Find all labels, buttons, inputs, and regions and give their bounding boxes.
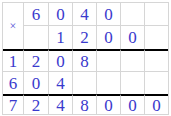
cell-r2c6: 0 bbox=[121, 26, 145, 49]
multiply-sign: × bbox=[3, 3, 24, 49]
cell-r3c1: 1 bbox=[3, 49, 24, 72]
cell-r4c3: 4 bbox=[49, 72, 73, 94]
cell-r5c1: 7 bbox=[3, 94, 24, 114]
cell-r1c3: 0 bbox=[49, 3, 73, 26]
cell-r5c7: 0 bbox=[145, 94, 168, 114]
cell-r4c2: 0 bbox=[24, 72, 49, 94]
cell-r1c4: 4 bbox=[73, 3, 97, 26]
cell-r5c4: 8 bbox=[73, 94, 97, 114]
cell-r4c4 bbox=[73, 72, 97, 94]
cell-r3c6 bbox=[121, 49, 145, 72]
cell-r3c2: 2 bbox=[24, 49, 49, 72]
cell-r4c5 bbox=[97, 72, 121, 94]
cell-r3c4: 8 bbox=[73, 49, 97, 72]
cell-r4c7 bbox=[145, 72, 168, 94]
cell-r4c1: 6 bbox=[3, 72, 24, 94]
cell-r1c6 bbox=[121, 3, 145, 26]
cell-r2c2 bbox=[24, 26, 49, 49]
worksheet: × 6 0 4 0 1 2 0 0 1 2 0 8 6 0 4 7 2 4 8 … bbox=[0, 0, 171, 116]
multiplication-grid: × 6 0 4 0 1 2 0 0 1 2 0 8 6 0 4 7 2 4 8 … bbox=[2, 2, 169, 115]
cell-r3c7 bbox=[145, 49, 168, 72]
cell-r5c2: 2 bbox=[24, 94, 49, 114]
cell-r1c2: 6 bbox=[24, 3, 49, 26]
cell-r2c7 bbox=[145, 26, 168, 49]
cell-r5c3: 4 bbox=[49, 94, 73, 114]
cell-r5c5: 0 bbox=[97, 94, 121, 114]
cell-r1c7 bbox=[145, 3, 168, 26]
cell-r3c3: 0 bbox=[49, 49, 73, 72]
cell-r1c5: 0 bbox=[97, 3, 121, 26]
cell-r2c4: 2 bbox=[73, 26, 97, 49]
cell-r5c6: 0 bbox=[121, 94, 145, 114]
cell-r4c6 bbox=[121, 72, 145, 94]
cell-r2c3: 1 bbox=[49, 26, 73, 49]
cell-r3c5 bbox=[97, 49, 121, 72]
cell-r2c5: 0 bbox=[97, 26, 121, 49]
